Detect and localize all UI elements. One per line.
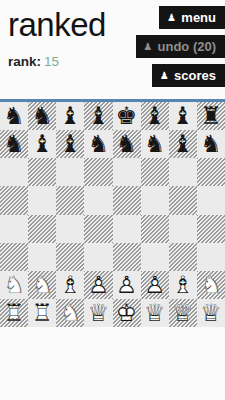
square-c7[interactable]: ♝ [56, 130, 84, 158]
square-h8[interactable]: ♜ [197, 102, 225, 130]
black-bishop[interactable]: ♝ [31, 132, 53, 156]
square-d3[interactable] [84, 243, 112, 271]
black-bishop[interactable]: ♝ [60, 104, 82, 128]
pawn-icon: ♟ [160, 71, 169, 81]
undo-button[interactable]: ♟ undo (20) [136, 35, 225, 58]
black-knight[interactable]: ♞ [144, 132, 166, 156]
square-f2[interactable]: ♟♙ [141, 271, 169, 299]
black-knight[interactable]: ♞ [116, 132, 138, 156]
square-d5[interactable] [84, 186, 112, 214]
black-knight[interactable]: ♞ [88, 132, 110, 156]
black-bishop[interactable]: ♝ [144, 104, 166, 128]
square-b2[interactable]: ♞♘ [28, 271, 56, 299]
square-h2[interactable]: ♞♘ [197, 271, 225, 299]
white-knight[interactable]: ♞♘ [200, 273, 222, 297]
square-e3[interactable] [113, 243, 141, 271]
white-king[interactable]: ♚♔ [116, 301, 138, 325]
square-a3[interactable] [0, 243, 28, 271]
square-e2[interactable]: ♟♙ [113, 271, 141, 299]
black-bishop[interactable]: ♝ [172, 104, 194, 128]
menu-button-label: menu [181, 10, 216, 25]
square-c3[interactable] [56, 243, 84, 271]
square-b4[interactable] [28, 215, 56, 243]
rank-label: rank: [8, 54, 41, 69]
square-a4[interactable] [0, 215, 28, 243]
square-f6[interactable] [141, 158, 169, 186]
white-queen[interactable]: ♛♕ [172, 301, 194, 325]
square-c8[interactable]: ♝ [56, 102, 84, 130]
white-queen[interactable]: ♛♕ [200, 301, 222, 325]
white-queen[interactable]: ♛♕ [88, 301, 110, 325]
square-g5[interactable] [169, 186, 197, 214]
game-screen: ranked rank:15 ♟ menu ♟ undo (20) ♟ scor… [0, 0, 225, 400]
white-knight[interactable]: ♞♘ [31, 273, 53, 297]
square-c2[interactable]: ♝♗ [56, 271, 84, 299]
black-knight[interactable]: ♞ [200, 132, 222, 156]
white-rook[interactable]: ♜♖ [3, 301, 25, 325]
square-f7[interactable]: ♞ [141, 130, 169, 158]
square-b7[interactable]: ♝ [28, 130, 56, 158]
white-rook[interactable]: ♜♖ [31, 301, 53, 325]
black-bishop[interactable]: ♝ [60, 132, 82, 156]
white-pawn[interactable]: ♟♙ [116, 273, 138, 297]
black-knight[interactable]: ♞ [3, 104, 25, 128]
square-a2[interactable]: ♞♘ [0, 271, 28, 299]
black-knight[interactable]: ♞ [3, 132, 25, 156]
square-d2[interactable]: ♟♙ [84, 271, 112, 299]
square-g2[interactable]: ♝♗ [169, 271, 197, 299]
scores-button-label: scores [174, 68, 216, 83]
square-c1[interactable]: ♞♘ [56, 299, 84, 327]
square-b8[interactable]: ♞ [28, 102, 56, 130]
square-h4[interactable] [197, 215, 225, 243]
square-d6[interactable] [84, 158, 112, 186]
pawn-icon: ♟ [167, 13, 176, 23]
square-b3[interactable] [28, 243, 56, 271]
square-d1[interactable]: ♛♕ [84, 299, 112, 327]
square-b1[interactable]: ♜♖ [28, 299, 56, 327]
square-c4[interactable] [56, 215, 84, 243]
square-d7[interactable]: ♞ [84, 130, 112, 158]
square-f8[interactable]: ♝ [141, 102, 169, 130]
square-e4[interactable] [113, 215, 141, 243]
square-b6[interactable] [28, 158, 56, 186]
square-f5[interactable] [141, 186, 169, 214]
white-bishop[interactable]: ♝♗ [60, 273, 82, 297]
undo-button-label: undo (20) [158, 39, 217, 54]
square-a7[interactable]: ♞ [0, 130, 28, 158]
black-bishop[interactable]: ♝ [172, 132, 194, 156]
square-b5[interactable] [28, 186, 56, 214]
header: ranked rank:15 ♟ menu ♟ undo (20) ♟ scor… [0, 0, 225, 99]
menu-button[interactable]: ♟ menu [159, 6, 225, 29]
square-g4[interactable] [169, 215, 197, 243]
square-h3[interactable] [197, 243, 225, 271]
square-c6[interactable] [56, 158, 84, 186]
white-knight[interactable]: ♞♘ [60, 301, 82, 325]
square-h6[interactable] [197, 158, 225, 186]
square-f3[interactable] [141, 243, 169, 271]
black-knight[interactable]: ♞ [31, 104, 53, 128]
square-e1[interactable]: ♚♔ [113, 299, 141, 327]
square-e6[interactable] [113, 158, 141, 186]
square-a5[interactable] [0, 186, 28, 214]
white-knight[interactable]: ♞♘ [3, 273, 25, 297]
square-d4[interactable] [84, 215, 112, 243]
white-pawn[interactable]: ♟♙ [144, 273, 166, 297]
square-h1[interactable]: ♛♕ [197, 299, 225, 327]
square-f1[interactable]: ♛♕ [141, 299, 169, 327]
pawn-icon: ♟ [144, 42, 153, 52]
white-bishop[interactable]: ♝♗ [172, 273, 194, 297]
square-a1[interactable]: ♜♖ [0, 299, 28, 327]
square-e8[interactable]: ♚ [113, 102, 141, 130]
chess-board: ♞♞♝♝♚♝♝♜♞♝♝♞♞♞♝♞♞♘♞♘♝♗♟♙♟♙♟♙♝♗♞♘♜♖♜♖♞♘♛♕… [0, 102, 225, 327]
rank-value: 15 [44, 54, 59, 69]
square-e7[interactable]: ♞ [113, 130, 141, 158]
square-g7[interactable]: ♝ [169, 130, 197, 158]
square-d8[interactable]: ♝ [84, 102, 112, 130]
square-g6[interactable] [169, 158, 197, 186]
square-h5[interactable] [197, 186, 225, 214]
white-queen[interactable]: ♛♕ [144, 301, 166, 325]
white-pawn[interactable]: ♟♙ [88, 273, 110, 297]
square-g1[interactable]: ♛♕ [169, 299, 197, 327]
black-rook[interactable]: ♜ [200, 104, 222, 128]
square-f4[interactable] [141, 215, 169, 243]
square-a8[interactable]: ♞ [0, 102, 28, 130]
scores-button[interactable]: ♟ scores [152, 64, 225, 87]
square-a6[interactable] [0, 158, 28, 186]
square-g8[interactable]: ♝ [169, 102, 197, 130]
square-c5[interactable] [56, 186, 84, 214]
square-e5[interactable] [113, 186, 141, 214]
hud-buttons: ♟ menu ♟ undo (20) ♟ scores [136, 6, 225, 87]
black-king[interactable]: ♚ [116, 104, 138, 128]
square-g3[interactable] [169, 243, 197, 271]
square-h7[interactable]: ♞ [197, 130, 225, 158]
black-bishop[interactable]: ♝ [88, 104, 110, 128]
